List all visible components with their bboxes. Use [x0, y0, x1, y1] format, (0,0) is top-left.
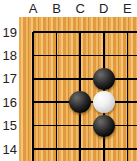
row-label-15: 15	[0, 118, 17, 133]
white-stone-D16[interactable]	[93, 91, 115, 113]
grid-line-row-14	[33, 148, 137, 150]
go-board[interactable]	[19, 17, 137, 161]
row-label-19: 19	[0, 25, 17, 40]
grid-line-row-15	[33, 125, 137, 127]
column-label-B: B	[49, 2, 65, 16]
row-label-14: 14	[0, 142, 17, 157]
go-board-screenshot: ABCDE191817161514	[0, 0, 137, 161]
column-label-C: C	[72, 2, 88, 16]
black-stone-D17[interactable]	[93, 68, 115, 90]
grid-line-row-17	[33, 78, 137, 80]
grid-line-row-19	[33, 31, 137, 33]
grid-line-col-B	[56, 32, 58, 161]
row-label-18: 18	[0, 48, 17, 63]
grid-line-col-A	[32, 32, 34, 161]
black-stone-D15[interactable]	[93, 115, 115, 137]
column-label-E: E	[119, 2, 135, 16]
grid-line-row-18	[33, 55, 137, 57]
row-label-17: 17	[0, 71, 17, 86]
column-label-A: A	[25, 2, 41, 16]
grid-line-col-E	[127, 32, 129, 161]
column-label-D: D	[96, 2, 112, 16]
row-label-16: 16	[0, 95, 17, 110]
